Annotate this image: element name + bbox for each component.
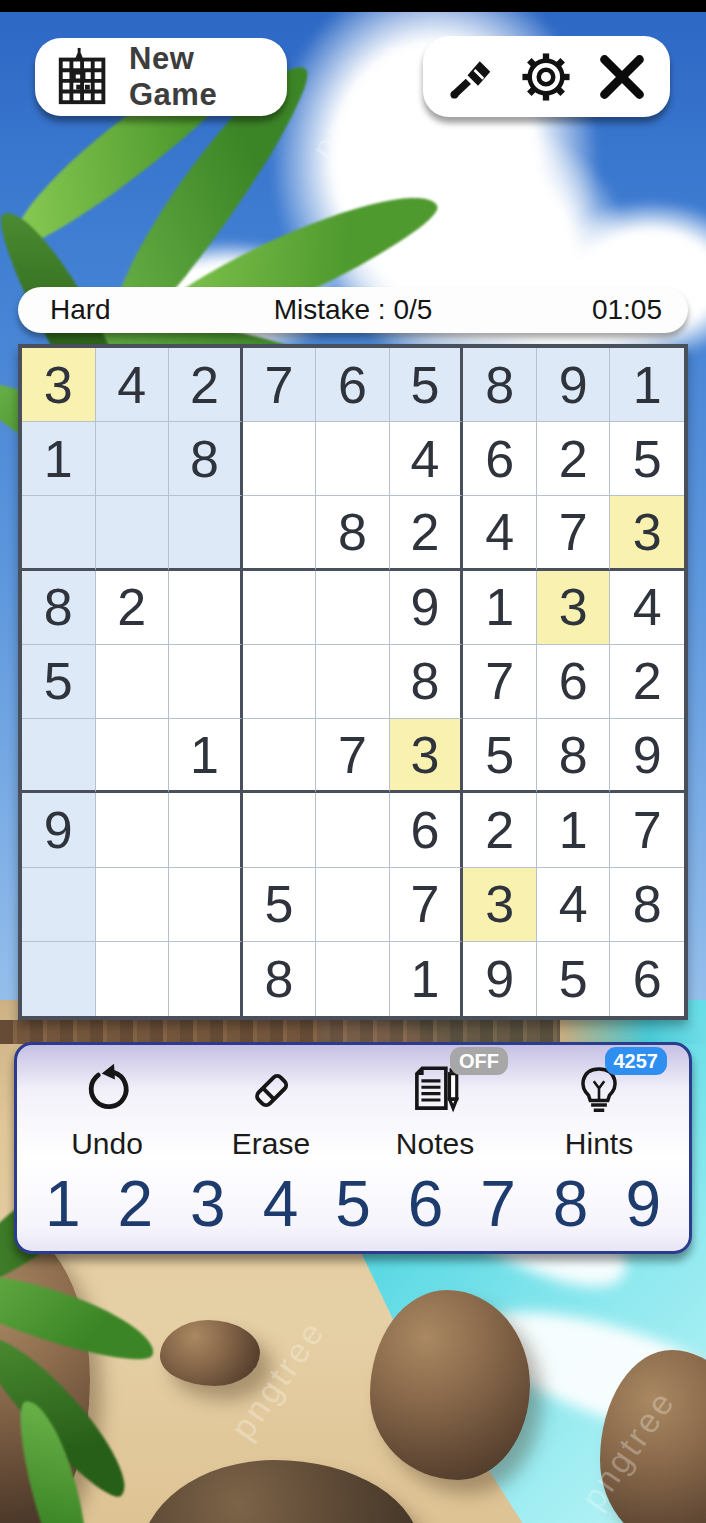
cell-r6c6[interactable]: 3 — [390, 719, 464, 793]
cell-r1c1[interactable]: 3 — [22, 348, 96, 422]
cell-r5c1[interactable]: 5 — [22, 645, 96, 719]
cell-r6c8[interactable]: 8 — [537, 719, 611, 793]
rock — [140, 1460, 420, 1523]
brush-theme-button[interactable] — [442, 48, 500, 106]
erase-button[interactable]: Erase — [189, 1059, 353, 1161]
number-pad: 123456789 — [17, 1161, 689, 1241]
new-game-label: New Game — [129, 41, 269, 113]
eraser-icon — [243, 1062, 299, 1118]
cell-r2c8[interactable]: 2 — [537, 422, 611, 496]
cell-r9c3[interactable] — [169, 942, 243, 1016]
control-panel: Undo Erase — [14, 1042, 692, 1254]
rock — [160, 1320, 260, 1386]
cell-r9c1[interactable] — [22, 942, 96, 1016]
cell-r6c4[interactable] — [243, 719, 317, 793]
cell-r7c4[interactable] — [243, 793, 317, 867]
cell-r7c9[interactable]: 7 — [610, 793, 684, 867]
cell-r3c3[interactable] — [169, 496, 243, 570]
cell-r1c4[interactable]: 7 — [243, 348, 317, 422]
notes-button[interactable]: OFF Notes — [353, 1059, 517, 1161]
cell-r8c1[interactable] — [22, 868, 96, 942]
cell-r6c9[interactable]: 9 — [610, 719, 684, 793]
cell-r2c7[interactable]: 6 — [463, 422, 537, 496]
cell-r3c1[interactable] — [22, 496, 96, 570]
numpad-4[interactable]: 4 — [263, 1167, 299, 1241]
sudoku-app: pngtree pngtree pngtree New Game — [0, 0, 706, 1523]
cell-r4c6[interactable]: 9 — [390, 571, 464, 645]
cell-r3c8[interactable]: 7 — [537, 496, 611, 570]
cell-r8c5[interactable] — [316, 868, 390, 942]
cell-r8c7[interactable]: 3 — [463, 868, 537, 942]
numpad-3[interactable]: 3 — [190, 1167, 226, 1241]
sudoku-grid: 3427658911846258247382913458762173589962… — [18, 344, 688, 1020]
cell-r8c8[interactable]: 4 — [537, 868, 611, 942]
cell-r6c2[interactable] — [96, 719, 170, 793]
cell-r6c3[interactable]: 1 — [169, 719, 243, 793]
cell-r9c7[interactable]: 9 — [463, 942, 537, 1016]
cell-r4c8[interactable]: 3 — [537, 571, 611, 645]
top-right-toolbar — [423, 36, 670, 117]
cell-r1c2[interactable]: 4 — [96, 348, 170, 422]
sudoku-grid-icon — [53, 46, 115, 108]
boardwalk-strip — [0, 1020, 590, 1044]
cell-r7c8[interactable]: 1 — [537, 793, 611, 867]
cell-r3c5[interactable]: 8 — [316, 496, 390, 570]
numpad-6[interactable]: 6 — [408, 1167, 444, 1241]
cell-r8c3[interactable] — [169, 868, 243, 942]
cell-r8c4[interactable]: 5 — [243, 868, 317, 942]
undo-icon — [79, 1062, 135, 1118]
cell-r6c7[interactable]: 5 — [463, 719, 537, 793]
cell-r1c3[interactable]: 2 — [169, 348, 243, 422]
cell-r7c6[interactable]: 6 — [390, 793, 464, 867]
timer: 01:05 — [592, 294, 662, 326]
cell-r8c6[interactable]: 7 — [390, 868, 464, 942]
cell-r2c2[interactable] — [96, 422, 170, 496]
cell-r5c2[interactable] — [96, 645, 170, 719]
numpad-2[interactable]: 2 — [118, 1167, 154, 1241]
close-icon[interactable] — [593, 48, 651, 106]
numpad-1[interactable]: 1 — [45, 1167, 81, 1241]
cell-r9c5[interactable] — [316, 942, 390, 1016]
numpad-7[interactable]: 7 — [480, 1167, 516, 1241]
undo-label: Undo — [71, 1127, 143, 1161]
cell-r9c8[interactable]: 5 — [537, 942, 611, 1016]
new-game-button[interactable]: New Game — [35, 38, 287, 116]
hints-label: Hints — [565, 1127, 633, 1161]
tools-row: Undo Erase — [17, 1045, 689, 1161]
cell-r1c7[interactable]: 8 — [463, 348, 537, 422]
cell-r9c9[interactable]: 6 — [610, 942, 684, 1016]
cell-r6c1[interactable] — [22, 719, 96, 793]
cell-r4c2[interactable]: 2 — [96, 571, 170, 645]
cell-r2c9[interactable]: 5 — [610, 422, 684, 496]
game-status-bar: Hard Mistake : 0/5 01:05 — [18, 287, 688, 333]
cell-r4c9[interactable]: 4 — [610, 571, 684, 645]
undo-button[interactable]: Undo — [25, 1059, 189, 1161]
cell-r7c2[interactable] — [96, 793, 170, 867]
cell-r7c3[interactable] — [169, 793, 243, 867]
cell-r3c2[interactable] — [96, 496, 170, 570]
cell-r5c8[interactable]: 6 — [537, 645, 611, 719]
cell-r5c7[interactable]: 7 — [463, 645, 537, 719]
cell-r3c7[interactable]: 4 — [463, 496, 537, 570]
cell-r9c4[interactable]: 8 — [243, 942, 317, 1016]
numpad-9[interactable]: 9 — [625, 1167, 661, 1241]
cell-r5c9[interactable]: 2 — [610, 645, 684, 719]
shore-strip — [560, 1020, 706, 1044]
numpad-5[interactable]: 5 — [335, 1167, 371, 1241]
cell-r3c4[interactable] — [243, 496, 317, 570]
cell-r7c5[interactable] — [316, 793, 390, 867]
cell-r1c6[interactable]: 5 — [390, 348, 464, 422]
notes-label: Notes — [396, 1127, 474, 1161]
mistake-counter: Mistake : 0/5 — [18, 294, 688, 326]
cell-r5c6[interactable]: 8 — [390, 645, 464, 719]
cell-r8c2[interactable] — [96, 868, 170, 942]
notes-off-badge: OFF — [450, 1047, 508, 1075]
cell-r2c4[interactable] — [243, 422, 317, 496]
cell-r7c7[interactable]: 2 — [463, 793, 537, 867]
numpad-8[interactable]: 8 — [553, 1167, 589, 1241]
rock — [370, 1290, 530, 1480]
cell-r5c5[interactable] — [316, 645, 390, 719]
cell-r5c3[interactable] — [169, 645, 243, 719]
hints-count-badge: 4257 — [605, 1047, 668, 1075]
status-notch-bar — [0, 0, 706, 12]
cell-r3c9[interactable]: 3 — [610, 496, 684, 570]
cell-r4c3[interactable] — [169, 571, 243, 645]
cell-r8c9[interactable]: 8 — [610, 868, 684, 942]
cell-r4c4[interactable] — [243, 571, 317, 645]
cell-r7c1[interactable]: 9 — [22, 793, 96, 867]
cell-r2c5[interactable] — [316, 422, 390, 496]
settings-gear-icon[interactable] — [517, 48, 575, 106]
cell-r1c8[interactable]: 9 — [537, 348, 611, 422]
cell-r1c5[interactable]: 6 — [316, 348, 390, 422]
cell-r2c1[interactable]: 1 — [22, 422, 96, 496]
cell-r4c1[interactable]: 8 — [22, 571, 96, 645]
cell-r9c6[interactable]: 1 — [390, 942, 464, 1016]
cell-r2c3[interactable]: 8 — [169, 422, 243, 496]
cell-r9c2[interactable] — [96, 942, 170, 1016]
cell-r4c7[interactable]: 1 — [463, 571, 537, 645]
cell-r2c6[interactable]: 4 — [390, 422, 464, 496]
cell-r4c5[interactable] — [316, 571, 390, 645]
cell-r3c6[interactable]: 2 — [390, 496, 464, 570]
erase-label: Erase — [232, 1127, 310, 1161]
hints-button[interactable]: 4257 Hints — [517, 1059, 681, 1161]
cell-r1c9[interactable]: 1 — [610, 348, 684, 422]
cell-r6c5[interactable]: 7 — [316, 719, 390, 793]
cell-r5c4[interactable] — [243, 645, 317, 719]
